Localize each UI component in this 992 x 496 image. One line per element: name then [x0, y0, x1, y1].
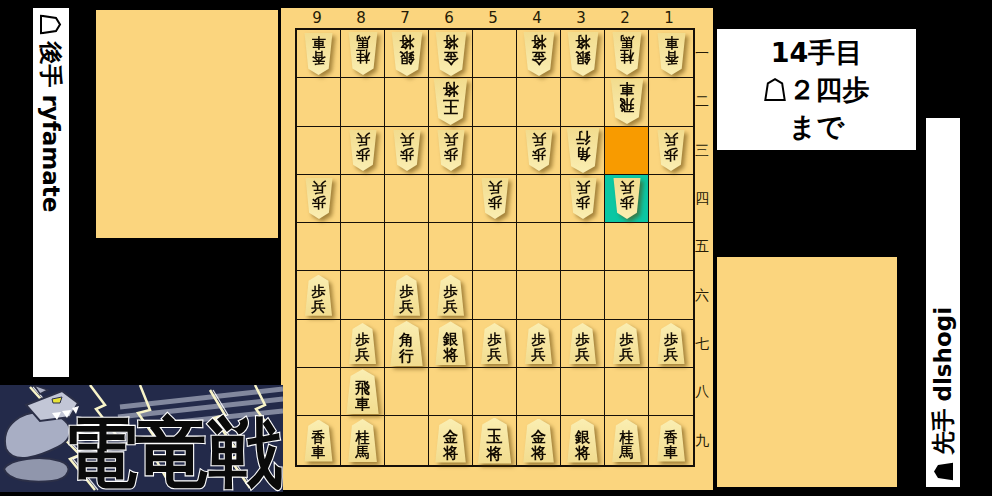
- square-6四[interactable]: [429, 175, 473, 223]
- gote-歩兵-piece: 歩兵: [392, 130, 422, 171]
- square-9九[interactable]: 香車: [297, 416, 341, 464]
- sente-player-banner: 先手 dlshogi: [926, 118, 960, 487]
- gote-歩兵-piece: 歩兵: [656, 130, 686, 171]
- sente-player-name: dlshogi: [930, 306, 956, 401]
- square-7七[interactable]: 角行: [385, 320, 429, 368]
- file-label-4: 4: [515, 8, 559, 28]
- sente-歩兵-piece: 歩兵: [524, 323, 554, 364]
- square-3七[interactable]: 歩兵: [561, 320, 605, 368]
- gote-歩兵-piece: 歩兵: [304, 178, 334, 219]
- gote-角行-piece: 角行: [565, 128, 601, 173]
- square-2五[interactable]: [605, 223, 649, 271]
- rank-label-9: 九: [691, 416, 713, 464]
- rank-label-6: 六: [691, 271, 713, 319]
- gote-player-banner: 後手 ryfamate: [33, 8, 69, 377]
- square-8八[interactable]: 飛車: [341, 368, 385, 416]
- sente-桂馬-piece: 桂馬: [611, 419, 643, 462]
- square-8九[interactable]: 桂馬: [341, 416, 385, 464]
- square-6八[interactable]: [429, 368, 473, 416]
- sente-香車-piece: 香車: [656, 420, 687, 462]
- square-3三[interactable]: 角行: [561, 127, 605, 175]
- sente-歩兵-piece: 歩兵: [656, 323, 686, 364]
- square-4七[interactable]: 歩兵: [517, 320, 561, 368]
- gote-金将-piece: 金将: [434, 32, 468, 76]
- square-7四[interactable]: [385, 175, 429, 223]
- square-9二[interactable]: [297, 78, 341, 126]
- gote-player-name: ryfamate: [38, 94, 64, 212]
- gote-桂馬-piece: 桂馬: [347, 32, 379, 75]
- square-8四[interactable]: [341, 175, 385, 223]
- broadcast-frame: 後手 ryfamate 987654321 香車桂馬銀将金将金将銀将桂馬香車王将…: [0, 0, 992, 496]
- gote-歩兵-piece: 歩兵: [480, 178, 510, 219]
- gote-銀将-piece: 銀将: [390, 32, 424, 76]
- rank-label-7: 七: [691, 320, 713, 368]
- sente-piece-icon: [932, 461, 955, 481]
- sente-玉将-piece: 玉将: [476, 418, 513, 464]
- file-label-1: 1: [647, 8, 691, 28]
- square-9三[interactable]: [297, 127, 341, 175]
- file-label-8: 8: [339, 8, 383, 28]
- square-4二[interactable]: [517, 78, 561, 126]
- sente-歩兵-piece: 歩兵: [304, 275, 334, 316]
- gote-桂馬-piece: 桂馬: [611, 32, 643, 75]
- square-1九[interactable]: 香車: [649, 416, 693, 464]
- square-1三[interactable]: 歩兵: [649, 127, 693, 175]
- square-1七[interactable]: 歩兵: [649, 320, 693, 368]
- square-7五[interactable]: [385, 223, 429, 271]
- rank-labels: 一二三四五六七八九: [691, 30, 713, 465]
- square-6七[interactable]: 銀将: [429, 320, 473, 368]
- move-caption-box: 14手目 ２四歩 まで: [717, 29, 916, 150]
- square-4四[interactable]: [517, 175, 561, 223]
- square-8一[interactable]: 桂馬: [341, 30, 385, 78]
- square-2六[interactable]: [605, 271, 649, 319]
- rank-label-5: 五: [691, 223, 713, 271]
- square-5五[interactable]: [473, 223, 517, 271]
- sente-銀将-piece: 銀将: [434, 321, 468, 365]
- square-4一[interactable]: 金将: [517, 30, 561, 78]
- square-9四[interactable]: 歩兵: [297, 175, 341, 223]
- square-6三[interactable]: 歩兵: [429, 127, 473, 175]
- square-4三[interactable]: 歩兵: [517, 127, 561, 175]
- square-6一[interactable]: 金将: [429, 30, 473, 78]
- square-2八[interactable]: [605, 368, 649, 416]
- square-5二[interactable]: [473, 78, 517, 126]
- square-1六[interactable]: [649, 271, 693, 319]
- file-label-3: 3: [559, 8, 603, 28]
- square-3九[interactable]: 銀将: [561, 416, 605, 464]
- sente-歩兵-piece: 歩兵: [436, 275, 466, 316]
- gote-歩兵-piece: 歩兵: [612, 178, 642, 219]
- square-8五[interactable]: [341, 223, 385, 271]
- rank-label-2: 二: [691, 78, 713, 126]
- gote-side-label: 後手: [36, 41, 67, 87]
- square-4九[interactable]: 金将: [517, 416, 561, 464]
- sente-歩兵-piece: 歩兵: [568, 323, 598, 364]
- square-2七[interactable]: 歩兵: [605, 320, 649, 368]
- square-2四-last-move-destination[interactable]: 歩兵: [605, 175, 649, 223]
- square-3六[interactable]: [561, 271, 605, 319]
- square-5七[interactable]: 歩兵: [473, 320, 517, 368]
- sente-金将-piece: 金将: [522, 419, 556, 463]
- sente-歩兵-piece: 歩兵: [348, 323, 378, 364]
- sente-captured-tray: [717, 257, 897, 487]
- square-1五[interactable]: [649, 223, 693, 271]
- gote-歩兵-piece: 歩兵: [348, 130, 378, 171]
- square-2二[interactable]: 飛車: [605, 78, 649, 126]
- gote-王将-piece: 王将: [432, 79, 469, 125]
- square-8二[interactable]: [341, 78, 385, 126]
- gote-captured-tray: [96, 10, 278, 238]
- square-7九[interactable]: [385, 416, 429, 464]
- square-7一[interactable]: 銀将: [385, 30, 429, 78]
- gote-歩兵-piece: 歩兵: [436, 130, 466, 171]
- square-6六[interactable]: 歩兵: [429, 271, 473, 319]
- square-3二[interactable]: [561, 78, 605, 126]
- square-8六[interactable]: [341, 271, 385, 319]
- square-8七[interactable]: 歩兵: [341, 320, 385, 368]
- square-3八[interactable]: [561, 368, 605, 416]
- made-label: まで: [789, 108, 844, 145]
- gote-歩兵-piece: 歩兵: [524, 130, 554, 171]
- file-label-9: 9: [295, 8, 339, 28]
- square-9一[interactable]: 香車: [297, 30, 341, 78]
- sente-歩兵-piece: 歩兵: [392, 275, 422, 316]
- square-9七[interactable]: [297, 320, 341, 368]
- last-move-text: ２四歩: [789, 71, 870, 108]
- move-number-line: 14手目: [771, 34, 863, 71]
- square-6五[interactable]: [429, 223, 473, 271]
- square-2三-last-move-source[interactable]: [605, 127, 649, 175]
- square-5九[interactable]: 玉将: [473, 416, 517, 464]
- file-label-5: 5: [471, 8, 515, 28]
- square-5六[interactable]: [473, 271, 517, 319]
- rank-label-8: 八: [691, 368, 713, 416]
- square-4六[interactable]: [517, 271, 561, 319]
- square-7六[interactable]: 歩兵: [385, 271, 429, 319]
- gote-香車-piece: 香車: [303, 33, 334, 75]
- square-3四[interactable]: 歩兵: [561, 175, 605, 223]
- square-5三[interactable]: [473, 127, 517, 175]
- file-labels: 987654321: [295, 8, 691, 28]
- square-6九[interactable]: 金将: [429, 416, 473, 464]
- gote-飛車-piece: 飛車: [609, 79, 645, 124]
- square-3五[interactable]: [561, 223, 605, 271]
- shogi-board: 香車桂馬銀将金将金将銀将桂馬香車王将飛車歩兵歩兵歩兵歩兵角行歩兵歩兵歩兵歩兵歩兵…: [295, 28, 695, 467]
- shogi-board-panel: 987654321 香車桂馬銀将金将金将銀将桂馬香車王将飛車歩兵歩兵歩兵歩兵角行…: [281, 8, 713, 490]
- gote-金将-piece: 金将: [522, 32, 556, 76]
- square-7二[interactable]: [385, 78, 429, 126]
- sente-香車-piece: 香車: [303, 420, 334, 462]
- square-7三[interactable]: 歩兵: [385, 127, 429, 175]
- gote-香車-piece: 香車: [656, 33, 687, 75]
- square-8三[interactable]: 歩兵: [341, 127, 385, 175]
- square-9六[interactable]: 歩兵: [297, 271, 341, 319]
- square-1八[interactable]: [649, 368, 693, 416]
- file-label-2: 2: [603, 8, 647, 28]
- square-5四[interactable]: 歩兵: [473, 175, 517, 223]
- denryusen-logo: 電竜戦: [0, 385, 283, 492]
- file-label-7: 7: [383, 8, 427, 28]
- rank-label-1: 一: [691, 30, 713, 78]
- sente-side-label: 先手: [928, 408, 959, 454]
- square-1二[interactable]: [649, 78, 693, 126]
- gote-歩兵-piece: 歩兵: [568, 178, 598, 219]
- square-2一[interactable]: 桂馬: [605, 30, 649, 78]
- square-5一[interactable]: [473, 30, 517, 78]
- last-move-line: ２四歩: [764, 71, 870, 108]
- square-2九[interactable]: 桂馬: [605, 416, 649, 464]
- square-7八[interactable]: [385, 368, 429, 416]
- file-label-6: 6: [427, 8, 471, 28]
- sente-金将-piece: 金将: [434, 419, 468, 463]
- sente-桂馬-piece: 桂馬: [347, 419, 379, 462]
- square-1四[interactable]: [649, 175, 693, 223]
- square-9五[interactable]: [297, 223, 341, 271]
- square-5八[interactable]: [473, 368, 517, 416]
- rank-label-4: 四: [691, 175, 713, 223]
- sente-角行-piece: 角行: [389, 321, 425, 366]
- square-3一[interactable]: 銀将: [561, 30, 605, 78]
- sente-歩兵-piece: 歩兵: [612, 323, 642, 364]
- square-4五[interactable]: [517, 223, 561, 271]
- gote-piece-icon: [764, 77, 786, 102]
- square-6二[interactable]: 王将: [429, 78, 473, 126]
- logo-title-text: 電竜戦: [63, 408, 283, 492]
- gote-piece-icon: [40, 14, 63, 34]
- sente-銀将-piece: 銀将: [566, 419, 600, 463]
- square-4八[interactable]: [517, 368, 561, 416]
- gote-銀将-piece: 銀将: [566, 32, 600, 76]
- sente-飛車-piece: 飛車: [345, 369, 381, 414]
- square-1一[interactable]: 香車: [649, 30, 693, 78]
- square-9八[interactable]: [297, 368, 341, 416]
- rank-label-3: 三: [691, 127, 713, 175]
- sente-歩兵-piece: 歩兵: [480, 323, 510, 364]
